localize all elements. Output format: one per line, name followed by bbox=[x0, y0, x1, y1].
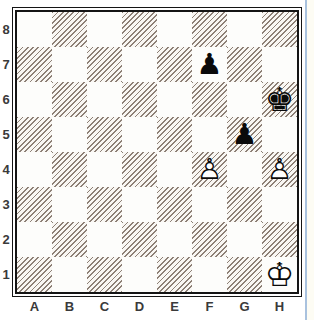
square-a5 bbox=[17, 117, 52, 152]
file-label-d: D bbox=[122, 299, 157, 314]
square-b5 bbox=[52, 117, 87, 152]
square-c6 bbox=[87, 82, 122, 117]
rank-label-4: 4 bbox=[0, 152, 12, 187]
square-d6 bbox=[122, 82, 157, 117]
square-h1: ♚♔ bbox=[262, 257, 297, 292]
square-a8 bbox=[17, 12, 52, 47]
square-g1 bbox=[227, 257, 262, 292]
square-b4 bbox=[52, 152, 87, 187]
file-label-g: G bbox=[227, 299, 262, 314]
black-pawn-glyph: ♟ bbox=[197, 49, 223, 78]
file-label-a: A bbox=[17, 299, 52, 314]
rank-label-6: 6 bbox=[0, 82, 12, 117]
square-d3 bbox=[122, 187, 157, 222]
square-g4 bbox=[227, 152, 262, 187]
square-f2 bbox=[192, 222, 227, 257]
rank-label-5: 5 bbox=[0, 117, 12, 152]
file-labels: ABCDEFGH bbox=[17, 299, 297, 314]
square-d7 bbox=[122, 47, 157, 82]
square-e6 bbox=[157, 82, 192, 117]
black-pawn: ♟ bbox=[227, 117, 262, 152]
square-c5 bbox=[87, 117, 122, 152]
square-d1 bbox=[122, 257, 157, 292]
square-e7 bbox=[157, 47, 192, 82]
square-g8 bbox=[227, 12, 262, 47]
white-king: ♚♔ bbox=[262, 257, 297, 292]
square-c1 bbox=[87, 257, 122, 292]
square-b1 bbox=[52, 257, 87, 292]
rank-label-7: 7 bbox=[0, 47, 12, 82]
square-f1 bbox=[192, 257, 227, 292]
rank-label-2: 2 bbox=[0, 222, 12, 257]
file-label-h: H bbox=[262, 299, 297, 314]
square-e2 bbox=[157, 222, 192, 257]
square-d2 bbox=[122, 222, 157, 257]
square-g3 bbox=[227, 187, 262, 222]
chess-board-inner-frame: ♟♚♟♟♙♟♙♚♔ bbox=[15, 10, 299, 294]
page-edge-line bbox=[305, 0, 307, 320]
rank-label-3: 3 bbox=[0, 187, 12, 222]
square-b7 bbox=[52, 47, 87, 82]
black-pawn: ♟ bbox=[192, 47, 227, 82]
square-a3 bbox=[17, 187, 52, 222]
square-b2 bbox=[52, 222, 87, 257]
square-d5 bbox=[122, 117, 157, 152]
square-f3 bbox=[192, 187, 227, 222]
square-e3 bbox=[157, 187, 192, 222]
square-b8 bbox=[52, 12, 87, 47]
square-a2 bbox=[17, 222, 52, 257]
square-a7 bbox=[17, 47, 52, 82]
square-a4 bbox=[17, 152, 52, 187]
square-c7 bbox=[87, 47, 122, 82]
file-label-c: C bbox=[87, 299, 122, 314]
chess-diagram-page: 87654321 ♟♚♟♟♙♟♙♚♔ ABCDEFGH bbox=[0, 0, 314, 320]
square-d4 bbox=[122, 152, 157, 187]
square-f7: ♟ bbox=[192, 47, 227, 82]
square-h6: ♚ bbox=[262, 82, 297, 117]
white-pawn-glyph: ♙ bbox=[197, 154, 223, 183]
square-b6 bbox=[52, 82, 87, 117]
square-h2 bbox=[262, 222, 297, 257]
square-d8 bbox=[122, 12, 157, 47]
square-g7 bbox=[227, 47, 262, 82]
square-c3 bbox=[87, 187, 122, 222]
black-king-glyph: ♚ bbox=[265, 82, 295, 115]
square-h5 bbox=[262, 117, 297, 152]
square-h3 bbox=[262, 187, 297, 222]
square-e8 bbox=[157, 12, 192, 47]
square-b3 bbox=[52, 187, 87, 222]
file-label-f: F bbox=[192, 299, 227, 314]
square-f4: ♟♙ bbox=[192, 152, 227, 187]
square-h7 bbox=[262, 47, 297, 82]
rank-label-8: 8 bbox=[0, 12, 12, 47]
file-label-e: E bbox=[157, 299, 192, 314]
square-a6 bbox=[17, 82, 52, 117]
rank-label-1: 1 bbox=[0, 257, 12, 292]
black-pawn-glyph: ♟ bbox=[232, 119, 258, 148]
chess-board: ♟♚♟♟♙♟♙♚♔ bbox=[17, 12, 297, 292]
square-g5: ♟ bbox=[227, 117, 262, 152]
square-e1 bbox=[157, 257, 192, 292]
square-c2 bbox=[87, 222, 122, 257]
white-pawn: ♟♙ bbox=[192, 152, 227, 187]
white-king-glyph: ♔ bbox=[265, 257, 295, 290]
file-label-b: B bbox=[52, 299, 87, 314]
chess-board-frame: ♟♚♟♟♙♟♙♚♔ bbox=[12, 7, 302, 297]
white-pawn-glyph: ♙ bbox=[267, 154, 293, 183]
square-h8 bbox=[262, 12, 297, 47]
square-h4: ♟♙ bbox=[262, 152, 297, 187]
square-f6 bbox=[192, 82, 227, 117]
rank-labels: 87654321 bbox=[0, 12, 12, 292]
square-e5 bbox=[157, 117, 192, 152]
square-f5 bbox=[192, 117, 227, 152]
square-c8 bbox=[87, 12, 122, 47]
square-g6 bbox=[227, 82, 262, 117]
square-f8 bbox=[192, 12, 227, 47]
black-king: ♚ bbox=[262, 82, 297, 117]
square-e4 bbox=[157, 152, 192, 187]
square-a1 bbox=[17, 257, 52, 292]
square-c4 bbox=[87, 152, 122, 187]
page-edge-strip bbox=[307, 0, 314, 320]
square-g2 bbox=[227, 222, 262, 257]
white-pawn: ♟♙ bbox=[262, 152, 297, 187]
